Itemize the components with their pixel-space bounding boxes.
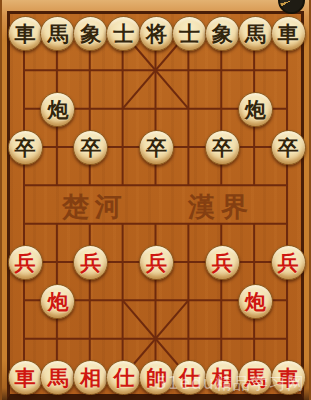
piece-black-chariot[interactable]: 車: [8, 16, 43, 51]
piece-red-chariot[interactable]: 車: [271, 360, 306, 395]
piece-red-soldier[interactable]: 兵: [271, 245, 306, 280]
piece-red-horse[interactable]: 馬: [238, 360, 273, 395]
piece-red-chariot[interactable]: 車: [8, 360, 43, 395]
piece-black-horse[interactable]: 馬: [238, 16, 273, 51]
piece-black-elephant[interactable]: 象: [73, 16, 108, 51]
piece-black-chariot[interactable]: 車: [271, 16, 306, 51]
piece-black-soldier[interactable]: 卒: [205, 130, 240, 165]
piece-black-soldier[interactable]: 卒: [271, 130, 306, 165]
river-label-left: 楚河: [53, 190, 137, 224]
piece-black-cannon[interactable]: 炮: [238, 92, 273, 127]
board-grid-lines: [0, 0, 311, 400]
piece-black-soldier[interactable]: 卒: [8, 130, 43, 165]
piece-black-advisor[interactable]: 士: [106, 16, 141, 51]
piece-red-cannon[interactable]: 炮: [238, 284, 273, 319]
piece-red-soldier[interactable]: 兵: [205, 245, 240, 280]
piece-red-cannon[interactable]: 炮: [40, 284, 75, 319]
piece-red-elephant[interactable]: 相: [205, 360, 240, 395]
piece-black-general[interactable]: 将: [139, 16, 174, 51]
piece-black-elephant[interactable]: 象: [205, 16, 240, 51]
piece-black-horse[interactable]: 馬: [40, 16, 75, 51]
river-label-right: 漢界: [179, 190, 263, 224]
piece-black-advisor[interactable]: 士: [172, 16, 207, 51]
xiangqi-app-window: 楚河 漢界 車馬象士将士象馬車炮炮卒卒卒卒卒兵兵兵兵兵炮炮車馬相仕帥仕相馬車 5…: [0, 0, 311, 400]
piece-red-soldier[interactable]: 兵: [8, 245, 43, 280]
